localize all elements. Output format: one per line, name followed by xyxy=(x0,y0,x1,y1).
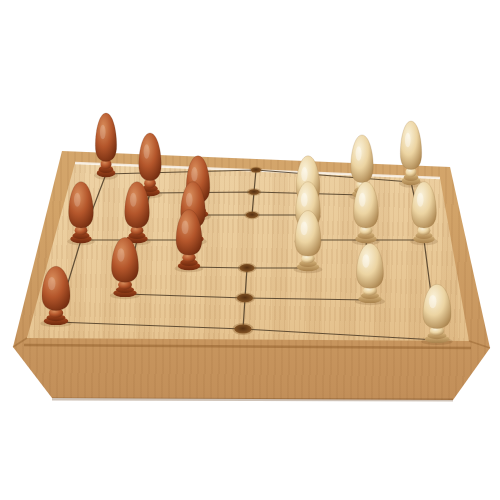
product-photo-scene xyxy=(0,0,500,500)
pegs-layer xyxy=(40,113,452,345)
peg-natural-g1[interactable] xyxy=(421,284,452,345)
point-hole-d2[interactable] xyxy=(235,293,255,304)
peg-natural-f2[interactable] xyxy=(355,243,385,305)
board-overlay xyxy=(0,0,500,500)
peg-natural-g4[interactable] xyxy=(410,182,438,246)
point-hole-d3[interactable] xyxy=(238,263,257,273)
peg-red-a4[interactable] xyxy=(67,182,95,246)
point-hole-d1[interactable] xyxy=(232,323,253,335)
peg-red-a1[interactable] xyxy=(40,266,71,327)
point-hole-d5[interactable] xyxy=(244,211,260,219)
point-hole-d6[interactable] xyxy=(247,188,261,195)
peg-red-a7[interactable] xyxy=(94,113,118,179)
point-hole-d7[interactable] xyxy=(250,167,263,174)
